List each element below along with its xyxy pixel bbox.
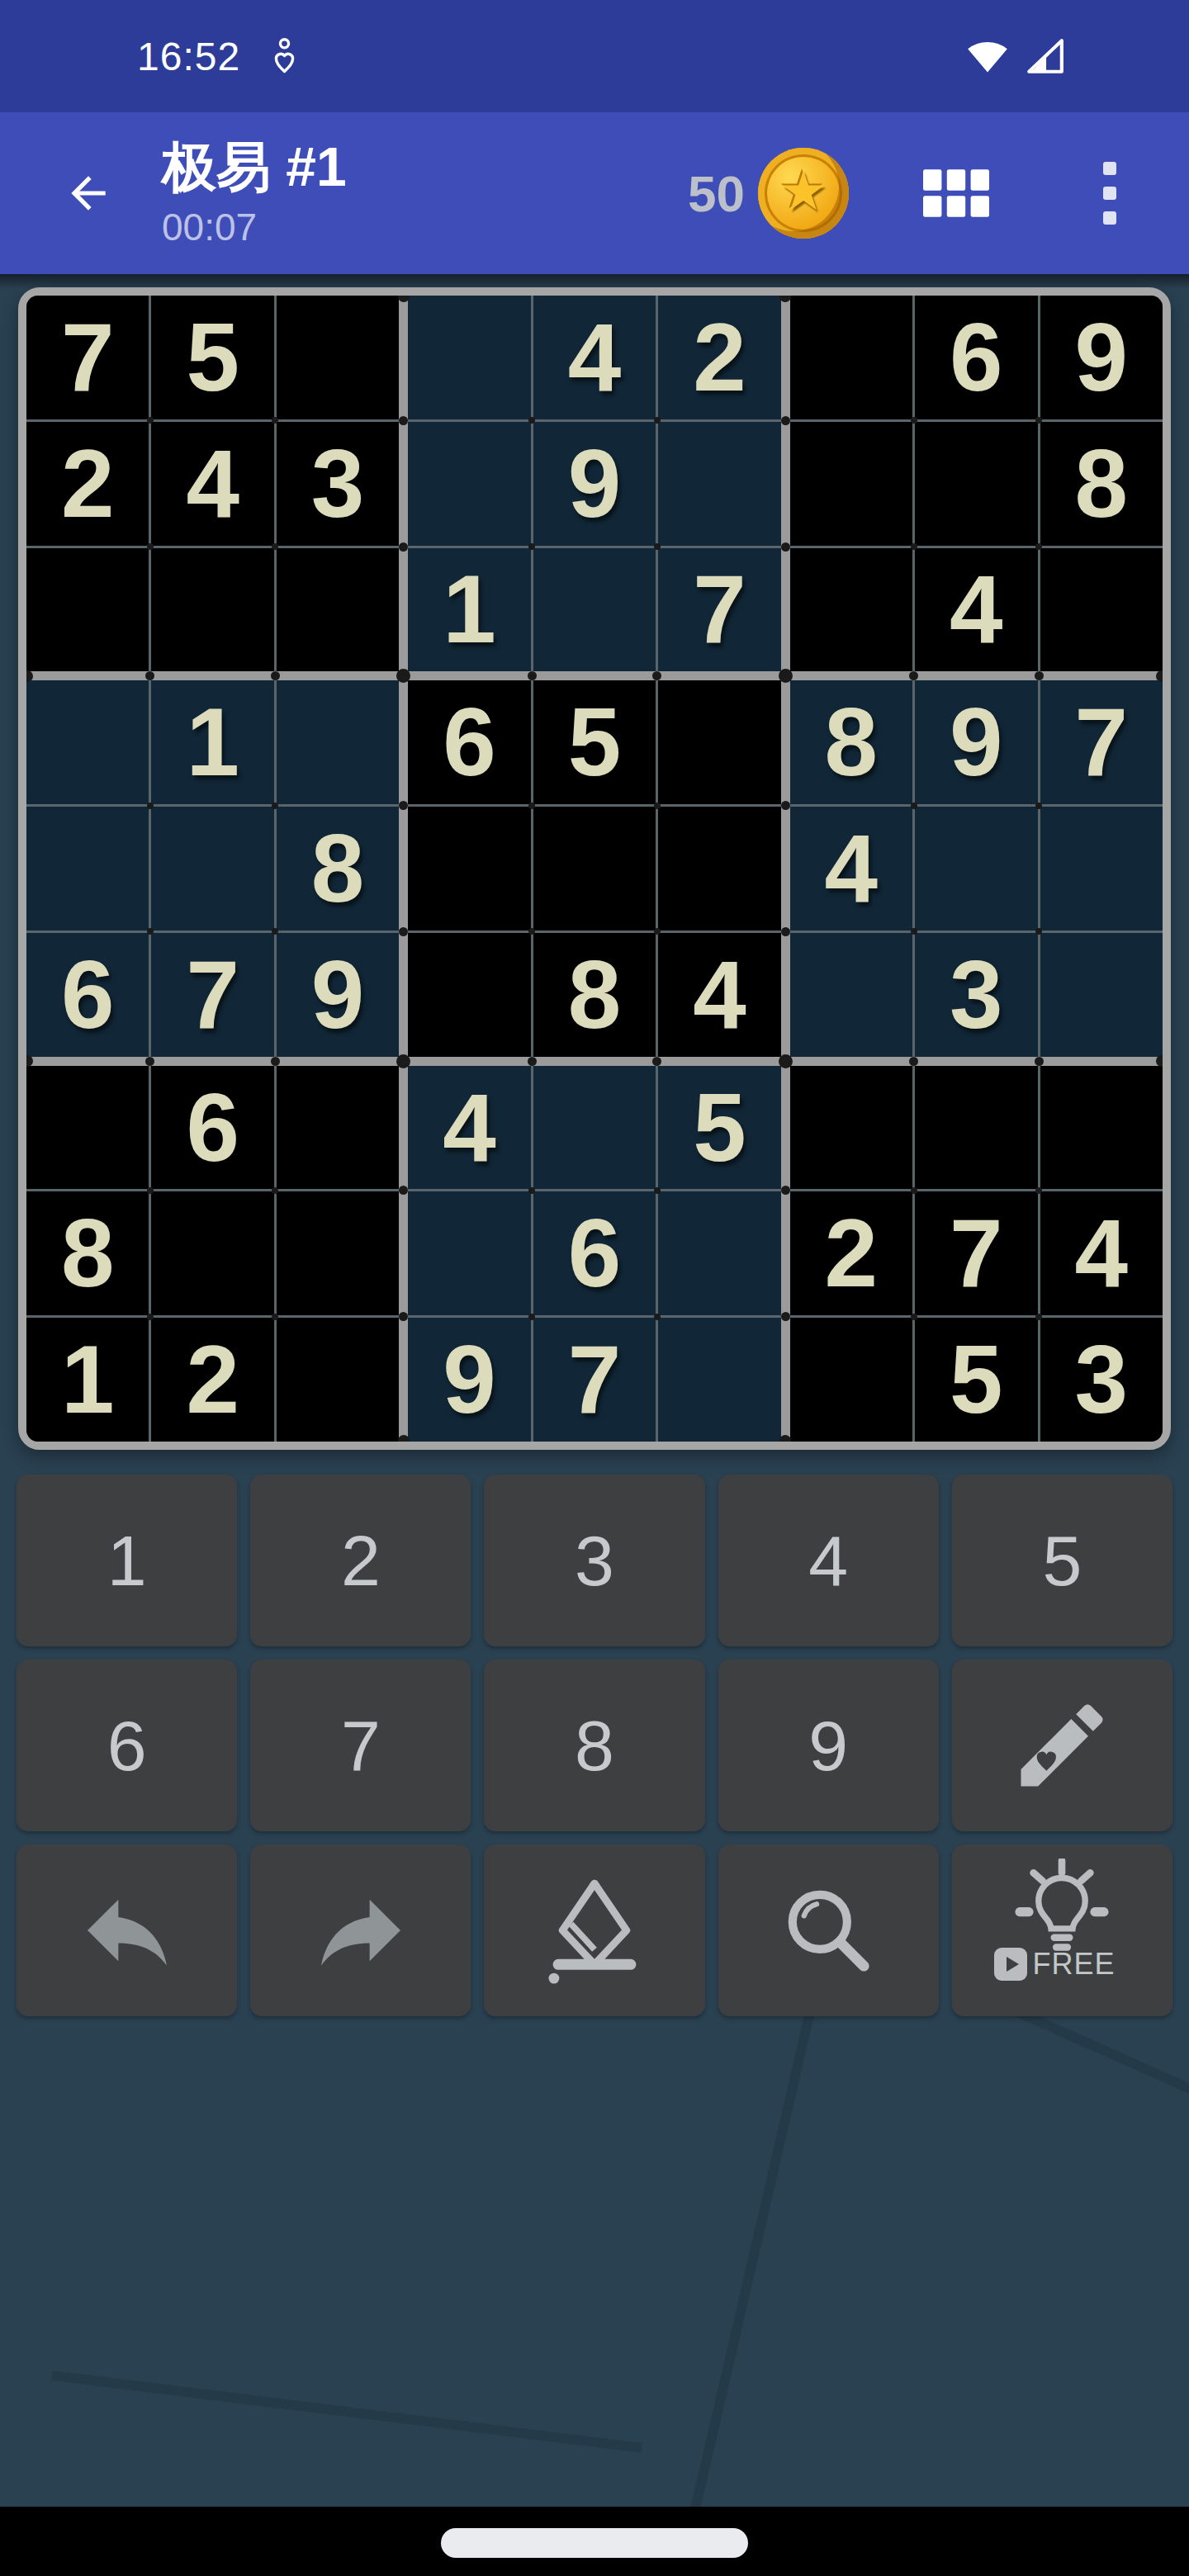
digit-2-button[interactable]: 2 xyxy=(250,1475,471,1646)
appbar-actions: 50 ★ xyxy=(688,148,1135,239)
cell-r6c4[interactable] xyxy=(408,933,530,1057)
cell-r4c3[interactable] xyxy=(277,680,399,804)
grid-intersection-dot xyxy=(779,669,793,683)
grid-intersection-dot xyxy=(911,1314,917,1320)
page-title: 极易 #1 xyxy=(162,137,347,197)
background-pattern-line xyxy=(51,2370,642,2453)
redo-icon xyxy=(308,1878,414,1983)
grid-intersection-dot xyxy=(654,1314,661,1320)
star-icon: ★ xyxy=(779,163,827,218)
cell-r1c4[interactable] xyxy=(408,296,530,419)
digit-label: 6 xyxy=(107,1705,147,1787)
back-button[interactable] xyxy=(51,156,126,230)
cell-r5c1[interactable] xyxy=(26,807,149,930)
cell-r1c9[interactable]: 9 xyxy=(1040,296,1163,419)
cell-r2c7[interactable] xyxy=(790,422,912,546)
digit-label: 4 xyxy=(808,1520,848,1602)
pencil-icon xyxy=(1007,1691,1116,1800)
cell-r6c5[interactable]: 8 xyxy=(533,933,656,1057)
grid-intersection-dot xyxy=(528,803,535,809)
home-pill[interactable] xyxy=(441,2528,748,2558)
grid-intersection-dot xyxy=(1035,1187,1042,1194)
grid-intersection-dot xyxy=(1156,1055,1163,1067)
cell-r6c1[interactable]: 6 xyxy=(26,933,149,1057)
grid-intersection-dot xyxy=(781,542,790,552)
grid-intersection-dot xyxy=(1156,670,1163,682)
grid-intersection-dot xyxy=(654,417,661,424)
video-ad-play-icon xyxy=(994,1948,1027,1981)
status-icons xyxy=(966,37,1065,75)
box-separator-horizontal xyxy=(26,671,1163,680)
cell-r9c1[interactable]: 1 xyxy=(26,1318,149,1442)
cell-r3c8[interactable]: 4 xyxy=(915,548,1037,672)
grid-intersection-dot xyxy=(909,1057,918,1066)
grid-intersection-dot xyxy=(1035,1057,1044,1066)
grid-intersection-dot xyxy=(779,1054,793,1068)
cell-r3c1[interactable] xyxy=(26,548,149,672)
cell-r3c7[interactable] xyxy=(790,548,912,672)
cell-r7c1[interactable] xyxy=(26,1066,149,1190)
grid-intersection-dot xyxy=(781,1312,790,1321)
grid-intersection-dot xyxy=(911,543,917,550)
grid-intersection-dot xyxy=(911,1187,917,1194)
cell-r1c7[interactable] xyxy=(790,296,912,419)
cell-r8c7[interactable]: 2 xyxy=(790,1191,912,1315)
cell-signal-icon xyxy=(1024,37,1065,75)
app-bar: 极易 #1 00:07 50 ★ xyxy=(0,112,1189,274)
cell-r8c1[interactable]: 8 xyxy=(26,1191,149,1315)
grid-intersection-dot xyxy=(1035,803,1042,809)
cell-r6c9[interactable] xyxy=(1040,933,1163,1057)
cell-r1c5[interactable]: 4 xyxy=(533,296,656,419)
cell-r8c9[interactable]: 4 xyxy=(1040,1191,1163,1315)
cell-r5c4[interactable] xyxy=(408,807,530,930)
cell-r1c2[interactable]: 5 xyxy=(151,296,273,419)
numpad-row-3: FREE xyxy=(17,1844,1172,2016)
cell-r7c5[interactable] xyxy=(533,1066,656,1190)
grid-intersection-dot xyxy=(271,1057,280,1066)
wifi-icon xyxy=(966,40,1009,73)
cell-r5c7[interactable]: 4 xyxy=(790,807,912,930)
cell-r5c2[interactable] xyxy=(151,807,273,930)
grid-intersection-dot xyxy=(911,803,917,809)
cell-r4c7[interactable]: 8 xyxy=(790,680,912,804)
grid-intersection-dot xyxy=(1035,671,1044,680)
hint-button[interactable]: FREE xyxy=(952,1844,1172,2016)
cell-r2c9[interactable]: 8 xyxy=(1040,422,1163,546)
background-pattern-line xyxy=(995,1998,1189,2222)
grid-intersection-dot xyxy=(147,1314,154,1320)
cell-r7c3[interactable] xyxy=(277,1066,399,1190)
cell-r2c1[interactable]: 2 xyxy=(26,422,149,546)
cell-r9c6[interactable] xyxy=(658,1318,780,1442)
digit-3-button[interactable]: 3 xyxy=(484,1475,704,1646)
board-grid-button[interactable] xyxy=(918,155,994,231)
grid-intersection-dot xyxy=(398,1435,410,1442)
cell-r4c5[interactable]: 5 xyxy=(533,680,656,804)
background-pattern-line xyxy=(680,1972,824,2553)
cell-r2c8[interactable] xyxy=(915,422,1037,546)
digit-9-button[interactable]: 9 xyxy=(718,1660,939,1831)
digit-label: 2 xyxy=(341,1520,381,1602)
sudoku-board[interactable]: 7542692439817416589784679843645862741297… xyxy=(18,287,1171,1450)
cell-r5c5[interactable] xyxy=(533,807,656,930)
cell-r6c8[interactable]: 3 xyxy=(915,933,1037,1057)
coin-icon[interactable]: ★ xyxy=(758,148,849,239)
box-separator-horizontal xyxy=(26,1057,1163,1066)
zoom-search-button[interactable] xyxy=(718,1844,939,2016)
cell-r1c1[interactable]: 7 xyxy=(26,296,149,419)
grid-intersection-dot xyxy=(528,1057,537,1066)
digit-6-button[interactable]: 6 xyxy=(17,1660,237,1831)
digit-label: 5 xyxy=(1042,1520,1082,1602)
pencil-notes-button[interactable] xyxy=(952,1660,1172,1831)
cell-r3c9[interactable] xyxy=(1040,548,1163,672)
cell-r9c9[interactable]: 3 xyxy=(1040,1318,1163,1442)
cell-r2c6[interactable] xyxy=(658,422,780,546)
cell-r4c9[interactable]: 7 xyxy=(1040,680,1163,804)
cell-r3c3[interactable] xyxy=(277,548,399,672)
magnifier-icon xyxy=(778,1880,879,1981)
grid-intersection-dot xyxy=(147,543,154,550)
box-separator-vertical xyxy=(781,296,790,1442)
cell-r9c2[interactable]: 2 xyxy=(151,1318,273,1442)
overflow-dot xyxy=(1103,211,1116,225)
cell-r2c2[interactable]: 4 xyxy=(151,422,273,546)
cell-r7c7[interactable] xyxy=(790,1066,912,1190)
cell-r3c6[interactable]: 7 xyxy=(658,548,780,672)
cell-r8c4[interactable] xyxy=(408,1191,530,1315)
cell-r2c3[interactable]: 3 xyxy=(277,422,399,546)
cell-r3c5[interactable] xyxy=(533,548,656,672)
digit-1-button[interactable]: 1 xyxy=(17,1475,237,1646)
cell-r9c8[interactable]: 5 xyxy=(915,1318,1037,1442)
cell-r1c3[interactable] xyxy=(277,296,399,419)
cell-r5c9[interactable] xyxy=(1040,807,1163,930)
cell-r8c2[interactable] xyxy=(151,1191,273,1315)
grid-icon xyxy=(923,168,989,218)
numpad-row-1: 1 2 3 4 5 xyxy=(17,1475,1172,1646)
cell-r8c6[interactable] xyxy=(658,1191,780,1315)
cell-r4c4[interactable]: 6 xyxy=(408,680,530,804)
digit-5-button[interactable]: 5 xyxy=(952,1475,1172,1646)
grid-intersection-dot xyxy=(396,1054,410,1068)
cell-r4c6[interactable] xyxy=(658,680,780,804)
grid-intersection-dot xyxy=(781,801,790,810)
cell-r9c5[interactable]: 7 xyxy=(533,1318,656,1442)
grid-intersection-dot xyxy=(528,1314,535,1320)
grid-intersection-dot xyxy=(399,542,408,552)
status-time: 16:52 xyxy=(137,34,240,79)
cell-r1c8[interactable]: 6 xyxy=(915,296,1037,419)
grid-intersection-dot xyxy=(652,1057,661,1066)
grid-intersection-dot xyxy=(654,803,661,809)
grid-intersection-dot xyxy=(272,803,278,809)
eraser-button[interactable] xyxy=(484,1844,704,2016)
hint-extra: FREE xyxy=(994,1947,1115,1982)
cell-r7c2[interactable]: 6 xyxy=(151,1066,273,1190)
cell-r3c4[interactable]: 1 xyxy=(408,548,530,672)
cell-r5c3[interactable]: 8 xyxy=(277,807,399,930)
cell-r7c6[interactable]: 5 xyxy=(658,1066,780,1190)
cell-r7c4[interactable]: 4 xyxy=(408,1066,530,1190)
cell-r6c6[interactable]: 4 xyxy=(658,933,780,1057)
digit-label: 3 xyxy=(575,1520,614,1602)
overflow-dot xyxy=(1103,187,1116,200)
cell-r7c8[interactable] xyxy=(915,1066,1037,1190)
cell-r9c3[interactable] xyxy=(277,1318,399,1442)
grid-intersection-dot xyxy=(654,543,661,550)
digit-4-button[interactable]: 4 xyxy=(718,1475,939,1646)
digit-label: 8 xyxy=(575,1705,614,1787)
cell-r9c7[interactable] xyxy=(790,1318,912,1442)
cell-r4c8[interactable]: 9 xyxy=(915,680,1037,804)
cell-r2c4[interactable] xyxy=(408,422,530,546)
status-bar: 16:52 xyxy=(0,0,1189,112)
cell-r9c4[interactable]: 9 xyxy=(408,1318,530,1442)
cell-r5c8[interactable] xyxy=(915,807,1037,930)
digit-label: 1 xyxy=(107,1520,147,1602)
cell-r6c2[interactable]: 7 xyxy=(151,933,273,1057)
cell-r4c1[interactable] xyxy=(26,680,149,804)
grid-intersection-dot xyxy=(781,416,790,425)
digit-label: 7 xyxy=(341,1705,381,1787)
cell-r8c8[interactable]: 7 xyxy=(915,1191,1037,1315)
grid-intersection-dot xyxy=(911,928,917,935)
overflow-dot xyxy=(1103,162,1116,175)
cell-r1c6[interactable]: 2 xyxy=(658,296,780,419)
cell-r3c2[interactable] xyxy=(151,548,273,672)
cell-r6c7[interactable] xyxy=(790,933,912,1057)
digit-label: 9 xyxy=(808,1705,848,1787)
undo-button[interactable] xyxy=(17,1844,237,2016)
undo-icon xyxy=(74,1878,180,1983)
grid-intersection-dot xyxy=(911,417,917,424)
grid-intersection-dot xyxy=(779,1435,791,1442)
gesture-nav-bar xyxy=(0,2507,1189,2576)
digit-8-button[interactable]: 8 xyxy=(484,1660,704,1831)
game-timer: 00:07 xyxy=(162,205,347,249)
grid-intersection-dot xyxy=(147,1187,154,1194)
cell-r7c9[interactable] xyxy=(1040,1066,1163,1190)
sudoku-grid[interactable]: 7542692439817416589784679843645862741297… xyxy=(26,296,1163,1442)
eraser-icon xyxy=(543,1877,646,1984)
overflow-menu-button[interactable] xyxy=(1085,148,1135,239)
back-arrow-icon xyxy=(63,168,114,219)
cell-r8c3[interactable] xyxy=(277,1191,399,1315)
grid-intersection-dot xyxy=(147,803,154,809)
title-block: 极易 #1 00:07 xyxy=(162,137,347,249)
grid-intersection-dot xyxy=(1035,1314,1042,1320)
screen: 16:52 极易 #1 00:07 xyxy=(0,0,1189,2576)
numpad-row-2: 6 7 8 9 xyxy=(17,1660,1172,1831)
digit-7-button[interactable]: 7 xyxy=(250,1660,471,1831)
redo-button[interactable] xyxy=(250,1844,471,2016)
cell-r8c5[interactable]: 6 xyxy=(533,1191,656,1315)
cell-r2c5[interactable]: 9 xyxy=(533,422,656,546)
grid-intersection-dot xyxy=(654,1187,661,1194)
box-separator-vertical xyxy=(399,296,408,1442)
digital-wellbeing-icon xyxy=(273,38,296,75)
grid-intersection-dot xyxy=(781,927,790,936)
free-label: FREE xyxy=(1032,1947,1115,1982)
cell-r5c6[interactable] xyxy=(658,807,780,930)
cell-r6c3[interactable]: 9 xyxy=(277,933,399,1057)
cell-r4c2[interactable]: 1 xyxy=(151,680,273,804)
coin-count: 50 xyxy=(688,164,745,223)
